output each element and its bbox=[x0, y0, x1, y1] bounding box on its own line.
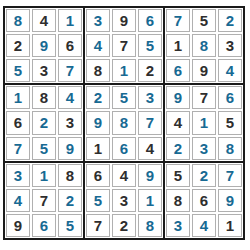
cell-r2c6[interactable]: 5 bbox=[138, 34, 162, 57]
box-3: 752183694 bbox=[164, 7, 244, 84]
cell-r6c3[interactable]: 9 bbox=[58, 137, 82, 160]
cell-r6c2[interactable]: 5 bbox=[32, 137, 56, 160]
cell-r6c4[interactable]: 1 bbox=[86, 137, 110, 160]
cell-r9c6[interactable]: 8 bbox=[138, 214, 162, 237]
box-1: 841296537 bbox=[4, 7, 84, 84]
cell-r6c8[interactable]: 3 bbox=[192, 137, 216, 160]
cell-r3c9[interactable]: 4 bbox=[218, 59, 242, 82]
cell-r4c2[interactable]: 8 bbox=[32, 86, 56, 109]
cell-r1c8[interactable]: 5 bbox=[192, 9, 216, 32]
cell-r8c3[interactable]: 2 bbox=[58, 189, 82, 212]
box-8: 649531728 bbox=[84, 162, 164, 239]
cell-r9c7[interactable]: 3 bbox=[166, 214, 190, 237]
cell-r8c1[interactable]: 4 bbox=[6, 189, 30, 212]
cell-r5c8[interactable]: 1 bbox=[192, 111, 216, 134]
cell-r4c1[interactable]: 1 bbox=[6, 86, 30, 109]
cell-r9c8[interactable]: 4 bbox=[192, 214, 216, 237]
cell-r6c1[interactable]: 7 bbox=[6, 137, 30, 160]
cell-r7c9[interactable]: 7 bbox=[218, 164, 242, 187]
cell-r7c6[interactable]: 9 bbox=[138, 164, 162, 187]
cell-r9c3[interactable]: 5 bbox=[58, 214, 82, 237]
cell-r3c7[interactable]: 6 bbox=[166, 59, 190, 82]
cell-r3c3[interactable]: 7 bbox=[58, 59, 82, 82]
cell-r5c4[interactable]: 9 bbox=[86, 111, 110, 134]
cell-r9c5[interactable]: 2 bbox=[112, 214, 136, 237]
cell-r3c8[interactable]: 9 bbox=[192, 59, 216, 82]
cell-r8c8[interactable]: 6 bbox=[192, 189, 216, 212]
cell-r8c7[interactable]: 8 bbox=[166, 189, 190, 212]
cell-r7c4[interactable]: 6 bbox=[86, 164, 110, 187]
cell-r2c4[interactable]: 4 bbox=[86, 34, 110, 57]
cell-r8c2[interactable]: 7 bbox=[32, 189, 56, 212]
box-5: 253987164 bbox=[84, 84, 164, 161]
cell-r4c3[interactable]: 4 bbox=[58, 86, 82, 109]
cell-r2c7[interactable]: 1 bbox=[166, 34, 190, 57]
cell-r2c5[interactable]: 7 bbox=[112, 34, 136, 57]
cell-r9c2[interactable]: 6 bbox=[32, 214, 56, 237]
cell-r6c7[interactable]: 2 bbox=[166, 137, 190, 160]
cell-r5c9[interactable]: 5 bbox=[218, 111, 242, 134]
cell-r1c9[interactable]: 2 bbox=[218, 9, 242, 32]
cell-r4c8[interactable]: 7 bbox=[192, 86, 216, 109]
cell-r3c6[interactable]: 2 bbox=[138, 59, 162, 82]
cell-r9c9[interactable]: 1 bbox=[218, 214, 242, 237]
cell-r5c7[interactable]: 4 bbox=[166, 111, 190, 134]
cell-r1c5[interactable]: 9 bbox=[112, 9, 136, 32]
cell-r3c5[interactable]: 1 bbox=[112, 59, 136, 82]
box-4: 184623759 bbox=[4, 84, 84, 161]
cell-r1c7[interactable]: 7 bbox=[166, 9, 190, 32]
cell-r2c1[interactable]: 2 bbox=[6, 34, 30, 57]
cell-r2c8[interactable]: 8 bbox=[192, 34, 216, 57]
sudoku-board: 8412965373964758127521836941846237592539… bbox=[3, 6, 245, 240]
cell-r4c5[interactable]: 5 bbox=[112, 86, 136, 109]
cell-r7c3[interactable]: 8 bbox=[58, 164, 82, 187]
cell-r1c2[interactable]: 4 bbox=[32, 9, 56, 32]
box-9: 527869341 bbox=[164, 162, 244, 239]
cell-r8c4[interactable]: 5 bbox=[86, 189, 110, 212]
cell-r1c4[interactable]: 3 bbox=[86, 9, 110, 32]
cell-r1c6[interactable]: 6 bbox=[138, 9, 162, 32]
cell-r8c9[interactable]: 9 bbox=[218, 189, 242, 212]
cell-r1c3[interactable]: 1 bbox=[58, 9, 82, 32]
cell-r6c6[interactable]: 4 bbox=[138, 137, 162, 160]
cell-r4c4[interactable]: 2 bbox=[86, 86, 110, 109]
cell-r6c9[interactable]: 8 bbox=[218, 137, 242, 160]
cell-r5c1[interactable]: 6 bbox=[6, 111, 30, 134]
cell-r5c5[interactable]: 8 bbox=[112, 111, 136, 134]
box-7: 318472965 bbox=[4, 162, 84, 239]
cell-r3c2[interactable]: 3 bbox=[32, 59, 56, 82]
cell-r4c6[interactable]: 3 bbox=[138, 86, 162, 109]
cell-r5c6[interactable]: 7 bbox=[138, 111, 162, 134]
cell-r7c5[interactable]: 4 bbox=[112, 164, 136, 187]
cell-r7c8[interactable]: 2 bbox=[192, 164, 216, 187]
cell-r1c1[interactable]: 8 bbox=[6, 9, 30, 32]
cell-r5c3[interactable]: 3 bbox=[58, 111, 82, 134]
cell-r2c3[interactable]: 6 bbox=[58, 34, 82, 57]
cell-r7c1[interactable]: 3 bbox=[6, 164, 30, 187]
cell-r7c7[interactable]: 5 bbox=[166, 164, 190, 187]
box-2: 396475812 bbox=[84, 7, 164, 84]
cell-r2c2[interactable]: 9 bbox=[32, 34, 56, 57]
cell-r3c4[interactable]: 8 bbox=[86, 59, 110, 82]
cell-r9c4[interactable]: 7 bbox=[86, 214, 110, 237]
cell-r7c2[interactable]: 1 bbox=[32, 164, 56, 187]
cell-r6c5[interactable]: 6 bbox=[112, 137, 136, 160]
cell-r2c9[interactable]: 3 bbox=[218, 34, 242, 57]
cell-r4c9[interactable]: 6 bbox=[218, 86, 242, 109]
cell-r8c6[interactable]: 1 bbox=[138, 189, 162, 212]
cell-r5c2[interactable]: 2 bbox=[32, 111, 56, 134]
cell-r3c1[interactable]: 5 bbox=[6, 59, 30, 82]
cell-r9c1[interactable]: 9 bbox=[6, 214, 30, 237]
cell-r8c5[interactable]: 3 bbox=[112, 189, 136, 212]
box-6: 976415238 bbox=[164, 84, 244, 161]
cell-r4c7[interactable]: 9 bbox=[166, 86, 190, 109]
